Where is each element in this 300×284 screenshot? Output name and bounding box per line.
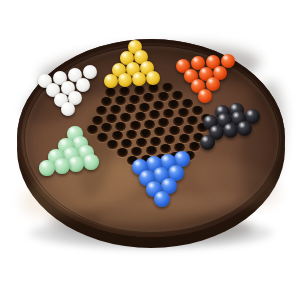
- marble-green[interactable]: [39, 160, 55, 176]
- marble-yellow[interactable]: [132, 72, 146, 86]
- marble-white[interactable]: [83, 65, 98, 80]
- marble-blue[interactable]: [154, 191, 170, 207]
- marble-yellow[interactable]: [146, 71, 160, 85]
- marble-black[interactable]: [237, 121, 252, 136]
- marble-yellow[interactable]: [104, 74, 118, 88]
- marble-green[interactable]: [68, 156, 84, 172]
- marble-black[interactable]: [200, 135, 215, 150]
- marbles-layer: [0, 0, 300, 284]
- marble-white[interactable]: [76, 78, 91, 93]
- marble-orange[interactable]: [198, 89, 213, 104]
- chinese-checkers-board-photo: [0, 0, 300, 284]
- marble-black[interactable]: [223, 123, 238, 138]
- marble-white[interactable]: [61, 102, 76, 117]
- marble-green[interactable]: [54, 158, 70, 174]
- marble-green[interactable]: [83, 154, 99, 170]
- marble-yellow[interactable]: [118, 73, 132, 87]
